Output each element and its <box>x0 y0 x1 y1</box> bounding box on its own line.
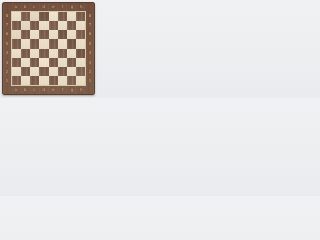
square-e8[interactable] <box>49 12 58 21</box>
rank-label-3: 3 <box>86 58 94 67</box>
square-f3[interactable] <box>58 58 67 67</box>
square-f7[interactable] <box>58 21 67 30</box>
square-f4[interactable] <box>58 49 67 58</box>
rank-label-1: 1 <box>86 77 94 86</box>
square-e4[interactable] <box>49 49 58 58</box>
file-label-f: f <box>58 3 67 11</box>
square-d8[interactable] <box>39 12 48 21</box>
square-e3[interactable] <box>49 58 58 67</box>
square-d5[interactable] <box>39 39 48 48</box>
square-g6[interactable] <box>67 30 76 39</box>
square-a3[interactable] <box>12 58 21 67</box>
square-h4[interactable] <box>76 49 85 58</box>
file-label-a: a <box>11 86 20 94</box>
square-d6[interactable] <box>39 30 48 39</box>
file-label-a: a <box>11 3 20 11</box>
square-f2[interactable] <box>58 67 67 76</box>
square-h8[interactable] <box>76 12 85 21</box>
rank-label-4: 4 <box>86 49 94 58</box>
square-a5[interactable] <box>12 39 21 48</box>
square-c8[interactable] <box>30 12 39 21</box>
square-c5[interactable] <box>30 39 39 48</box>
rank-label-3: 3 <box>3 58 11 67</box>
square-g4[interactable] <box>67 49 76 58</box>
square-a6[interactable] <box>12 30 21 39</box>
square-d3[interactable] <box>39 58 48 67</box>
square-c6[interactable] <box>30 30 39 39</box>
file-label-e: e <box>49 86 58 94</box>
file-label-g: g <box>67 86 76 94</box>
square-a4[interactable] <box>12 49 21 58</box>
file-label-d: d <box>39 3 48 11</box>
square-b7[interactable] <box>21 21 30 30</box>
rank-label-8: 8 <box>86 11 94 20</box>
square-b6[interactable] <box>21 30 30 39</box>
rank-label-8: 8 <box>3 11 11 20</box>
rank-labels-right: 87654321 <box>86 11 94 86</box>
square-h7[interactable] <box>76 21 85 30</box>
square-b3[interactable] <box>21 58 30 67</box>
square-c1[interactable] <box>30 76 39 85</box>
square-d7[interactable] <box>39 21 48 30</box>
file-label-c: c <box>30 86 39 94</box>
rank-label-6: 6 <box>3 30 11 39</box>
file-label-h: h <box>77 3 86 11</box>
square-c7[interactable] <box>30 21 39 30</box>
square-f6[interactable] <box>58 30 67 39</box>
square-b2[interactable] <box>21 67 30 76</box>
rank-label-5: 5 <box>86 39 94 48</box>
file-label-e: e <box>49 3 58 11</box>
file-label-b: b <box>20 3 29 11</box>
square-a7[interactable] <box>12 21 21 30</box>
rank-labels-left: 87654321 <box>3 11 11 86</box>
square-h6[interactable] <box>76 30 85 39</box>
rank-label-5: 5 <box>3 39 11 48</box>
rank-label-6: 6 <box>86 30 94 39</box>
square-d4[interactable] <box>39 49 48 58</box>
square-f5[interactable] <box>58 39 67 48</box>
square-e1[interactable] <box>49 76 58 85</box>
square-h2[interactable] <box>76 67 85 76</box>
square-g7[interactable] <box>67 21 76 30</box>
file-label-g: g <box>67 3 76 11</box>
square-b8[interactable] <box>21 12 30 21</box>
file-labels-bottom: abcdefgh <box>11 86 86 94</box>
board-field <box>11 11 86 86</box>
rank-label-7: 7 <box>86 20 94 29</box>
file-label-f: f <box>58 86 67 94</box>
square-b5[interactable] <box>21 39 30 48</box>
square-c2[interactable] <box>30 67 39 76</box>
square-g1[interactable] <box>67 76 76 85</box>
square-d2[interactable] <box>39 67 48 76</box>
square-g2[interactable] <box>67 67 76 76</box>
square-b4[interactable] <box>21 49 30 58</box>
square-f8[interactable] <box>58 12 67 21</box>
file-label-d: d <box>39 86 48 94</box>
chess-board: abcdefgh abcdefgh 87654321 87654321 <box>2 2 95 95</box>
file-labels-top: abcdefgh <box>11 3 86 11</box>
rank-label-4: 4 <box>3 49 11 58</box>
square-e5[interactable] <box>49 39 58 48</box>
square-h1[interactable] <box>76 76 85 85</box>
square-e2[interactable] <box>49 67 58 76</box>
square-c4[interactable] <box>30 49 39 58</box>
file-label-b: b <box>20 86 29 94</box>
square-g5[interactable] <box>67 39 76 48</box>
square-a2[interactable] <box>12 67 21 76</box>
square-e6[interactable] <box>49 30 58 39</box>
file-label-h: h <box>77 86 86 94</box>
square-g8[interactable] <box>67 12 76 21</box>
square-b1[interactable] <box>21 76 30 85</box>
rank-label-2: 2 <box>86 67 94 76</box>
rank-label-7: 7 <box>3 20 11 29</box>
square-g3[interactable] <box>67 58 76 67</box>
square-h3[interactable] <box>76 58 85 67</box>
square-a8[interactable] <box>12 12 21 21</box>
square-c3[interactable] <box>30 58 39 67</box>
rank-label-1: 1 <box>3 77 11 86</box>
square-a1[interactable] <box>12 76 21 85</box>
square-h5[interactable] <box>76 39 85 48</box>
file-label-c: c <box>30 3 39 11</box>
square-f1[interactable] <box>58 76 67 85</box>
rank-label-2: 2 <box>3 67 11 76</box>
square-d1[interactable] <box>39 76 48 85</box>
square-e7[interactable] <box>49 21 58 30</box>
